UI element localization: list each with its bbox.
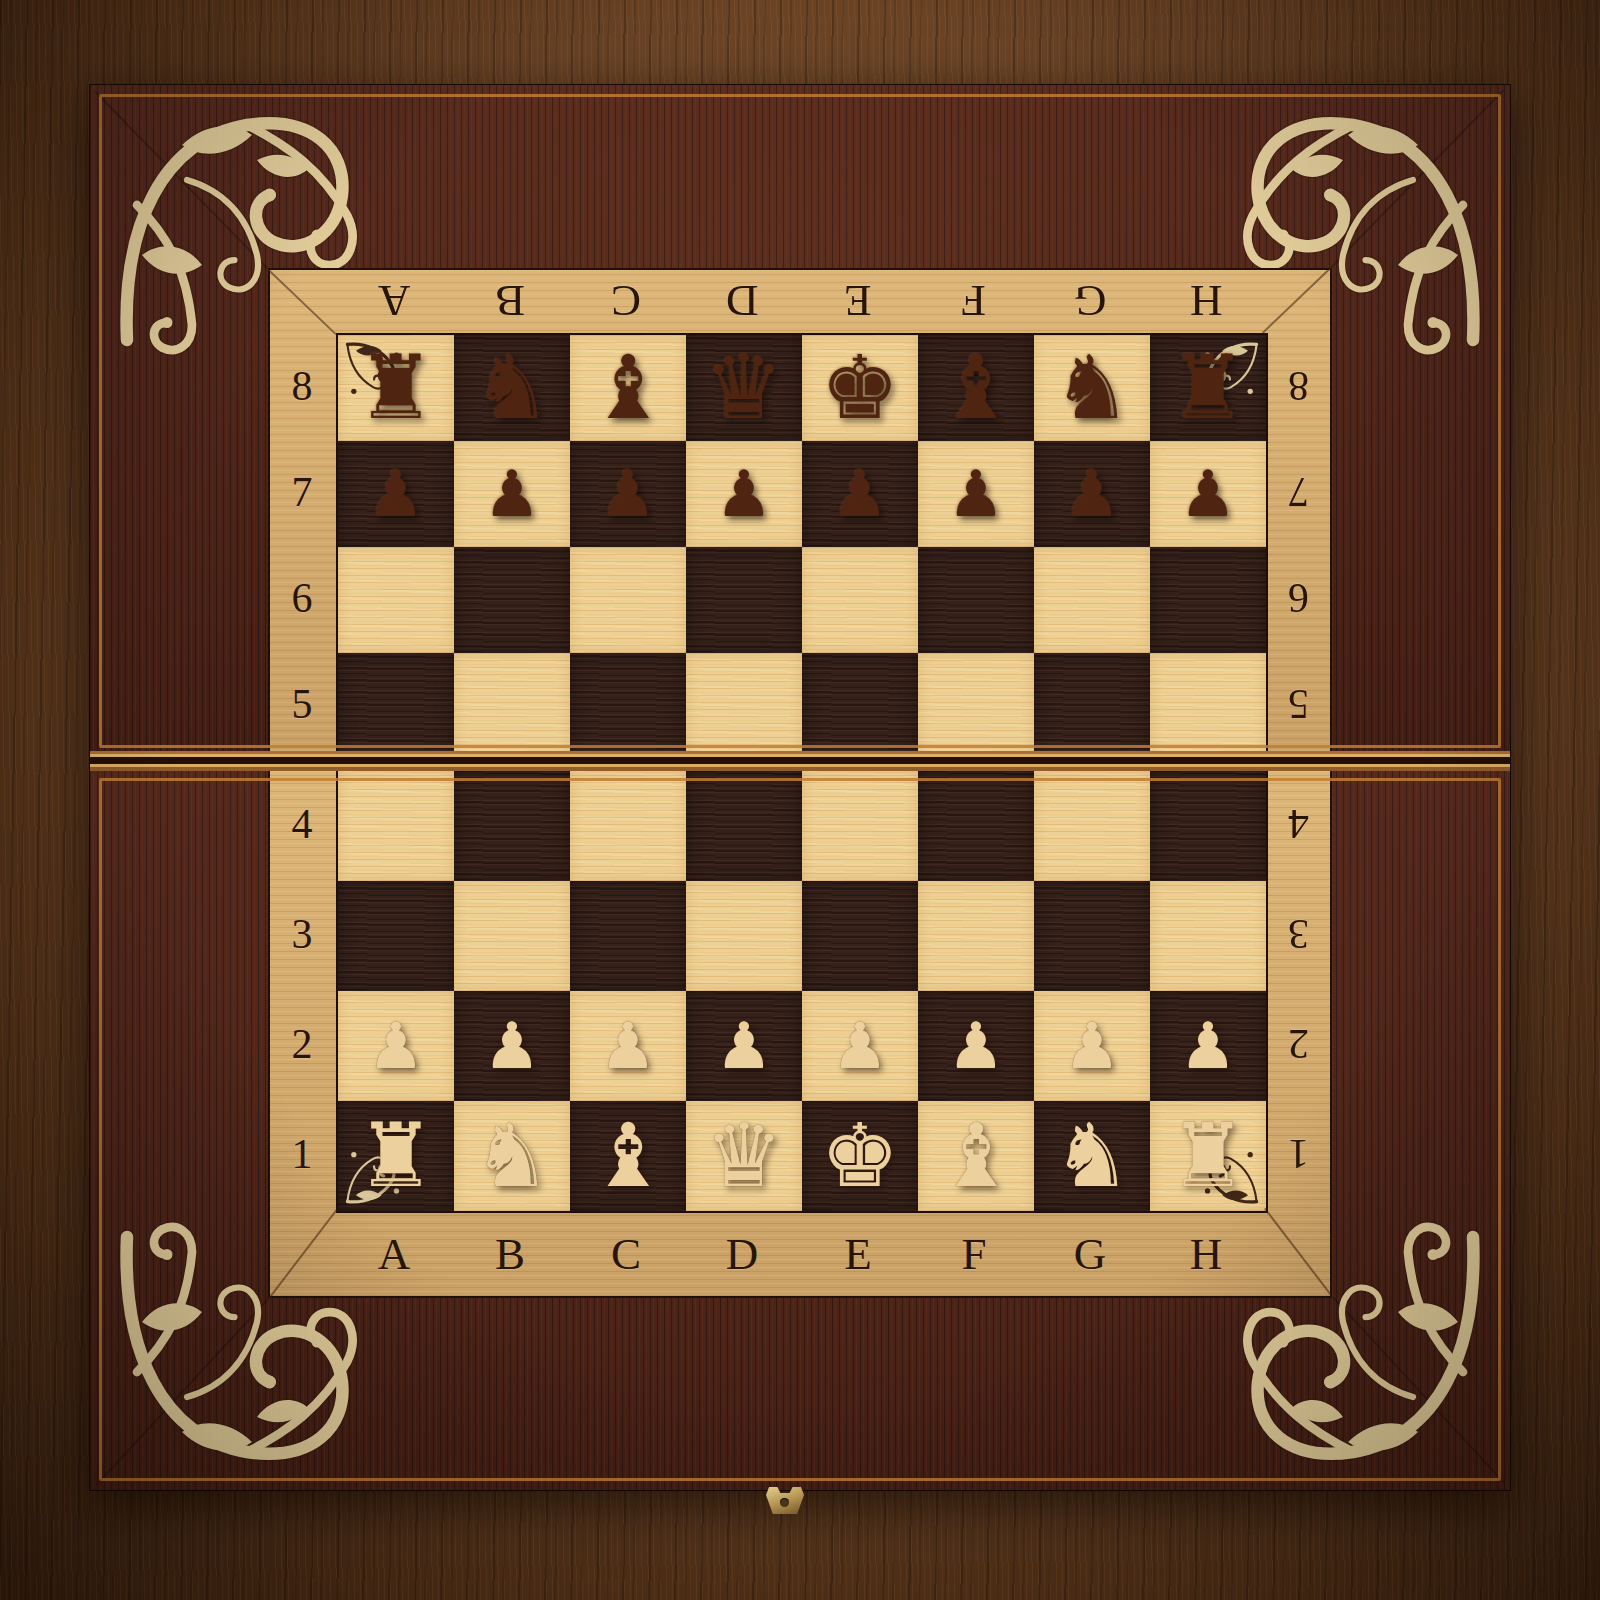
square-b6[interactable] — [454, 547, 570, 653]
file-label-g: G — [1074, 278, 1107, 323]
square-e7[interactable]: ♟ — [802, 441, 918, 547]
rank-label-3: 3 — [1288, 913, 1309, 955]
square-h2[interactable]: ♟ — [1150, 991, 1266, 1101]
rank-label-2: 2 — [1288, 1023, 1309, 1065]
box-bottom-half: ABCDEFGH 4321 4321 ♟♟♟♟♟♟♟♟ ♜♞♝♛♚♝♞ ♜ — [90, 769, 1510, 1490]
square-c6[interactable] — [570, 547, 686, 653]
square-g1[interactable]: ♞ — [1034, 1101, 1150, 1211]
piece-black-rook[interactable]: ♜ — [357, 344, 436, 432]
piece-black-pawn[interactable]: ♟ — [947, 462, 1004, 526]
square-h4[interactable] — [1150, 771, 1266, 881]
rank-label-5: 5 — [292, 683, 313, 725]
piece-black-pawn[interactable]: ♟ — [367, 462, 424, 526]
square-g3[interactable] — [1034, 881, 1150, 991]
square-f6[interactable] — [918, 547, 1034, 653]
square-d1[interactable]: ♛ — [686, 1101, 802, 1211]
chessboard-lower-half: ♟♟♟♟♟♟♟♟ ♜♞♝♛♚♝♞ ♜ — [336, 769, 1268, 1213]
file-labels-bottom: ABCDEFGH — [336, 1209, 1264, 1291]
file-label-c: C — [611, 1232, 641, 1277]
square-a1[interactable]: ♜ — [338, 1101, 454, 1211]
piece-white-pawn[interactable]: ♟ — [483, 1014, 540, 1078]
piece-black-king[interactable]: ♚ — [821, 344, 900, 432]
square-c2[interactable]: ♟ — [570, 991, 686, 1101]
square-f7[interactable]: ♟ — [918, 441, 1034, 547]
piece-black-pawn[interactable]: ♟ — [1179, 462, 1236, 526]
square-g6[interactable] — [1034, 547, 1150, 653]
piece-black-queen[interactable]: ♛ — [705, 344, 784, 432]
piece-black-rook[interactable]: ♜ — [1169, 344, 1248, 432]
square-b3[interactable] — [454, 881, 570, 991]
piece-white-pawn[interactable]: ♟ — [831, 1014, 888, 1078]
rank-label-6: 6 — [292, 577, 313, 619]
file-label-b: B — [495, 1232, 525, 1277]
piece-white-pawn[interactable]: ♟ — [599, 1014, 656, 1078]
rank-label-7: 7 — [292, 471, 313, 513]
file-label-a: A — [378, 278, 411, 323]
rank-label-3: 3 — [292, 913, 313, 955]
square-c5[interactable] — [570, 653, 686, 759]
square-b1[interactable]: ♞ — [454, 1101, 570, 1211]
square-d7[interactable]: ♟ — [686, 441, 802, 547]
square-h7[interactable]: ♟ — [1150, 441, 1266, 547]
photo-scene: ABCDEFGH 8765 8765 ♜♞♝♛♚♝♞ ♜♟♟♟♟♟♟♟♟ — [0, 0, 1600, 1600]
square-a6[interactable] — [338, 547, 454, 653]
square-e6[interactable] — [802, 547, 918, 653]
square-e3[interactable] — [802, 881, 918, 991]
square-g2[interactable]: ♟ — [1034, 991, 1150, 1101]
square-a7[interactable]: ♟ — [338, 441, 454, 547]
square-f2[interactable]: ♟ — [918, 991, 1034, 1101]
square-b2[interactable]: ♟ — [454, 991, 570, 1101]
piece-white-pawn[interactable]: ♟ — [1063, 1014, 1120, 1078]
square-f4[interactable] — [918, 771, 1034, 881]
box-top-half: ABCDEFGH 8765 8765 ♜♞♝♛♚♝♞ ♜♟♟♟♟♟♟♟♟ — [90, 85, 1510, 757]
file-label-c: C — [611, 278, 641, 323]
rank-label-8: 8 — [1288, 365, 1309, 407]
square-a5[interactable] — [338, 653, 454, 759]
file-label-h: H — [1190, 278, 1223, 323]
square-d2[interactable]: ♟ — [686, 991, 802, 1101]
square-e2[interactable]: ♟ — [802, 991, 918, 1101]
hinge-line — [90, 751, 1510, 771]
square-a8[interactable]: ♜ — [338, 335, 454, 441]
file-labels-top: ABCDEFGH — [336, 268, 1264, 333]
square-c3[interactable] — [570, 881, 686, 991]
square-d8[interactable]: ♛ — [686, 335, 802, 441]
square-g7[interactable]: ♟ — [1034, 441, 1150, 547]
square-e4[interactable] — [802, 771, 918, 881]
piece-black-pawn[interactable]: ♟ — [715, 462, 772, 526]
square-a3[interactable] — [338, 881, 454, 991]
square-a2[interactable]: ♟ — [338, 991, 454, 1101]
square-d4[interactable] — [686, 771, 802, 881]
square-c8[interactable]: ♝ — [570, 335, 686, 441]
piece-white-knight[interactable]: ♞ — [1053, 1112, 1132, 1200]
rank-labels-left-bottom: 4321 — [268, 769, 336, 1209]
square-b4[interactable] — [454, 771, 570, 881]
file-label-f: F — [961, 278, 986, 323]
piece-black-pawn[interactable]: ♟ — [831, 462, 888, 526]
piece-white-queen[interactable]: ♛ — [705, 1112, 784, 1200]
square-h6[interactable] — [1150, 547, 1266, 653]
piece-white-rook[interactable]: ♜ — [1169, 1112, 1248, 1200]
square-f3[interactable] — [918, 881, 1034, 991]
folding-chess-box: ABCDEFGH 8765 8765 ♜♞♝♛♚♝♞ ♜♟♟♟♟♟♟♟♟ — [90, 85, 1510, 1490]
rank-label-7: 7 — [1288, 471, 1309, 513]
square-e8[interactable]: ♚ — [802, 335, 918, 441]
piece-black-bishop[interactable]: ♝ — [937, 344, 1016, 432]
square-g4[interactable] — [1034, 771, 1150, 881]
piece-white-pawn[interactable]: ♟ — [715, 1014, 772, 1078]
piece-white-pawn[interactable]: ♟ — [947, 1014, 1004, 1078]
rank-label-8: 8 — [292, 365, 313, 407]
square-g5[interactable] — [1034, 653, 1150, 759]
square-c4[interactable] — [570, 771, 686, 881]
piece-white-king[interactable]: ♚ — [821, 1112, 900, 1200]
rank-label-2: 2 — [292, 1023, 313, 1065]
piece-white-bishop[interactable]: ♝ — [937, 1112, 1016, 1200]
piece-white-bishop[interactable]: ♝ — [589, 1112, 668, 1200]
square-f8[interactable]: ♝ — [918, 335, 1034, 441]
square-f1[interactable]: ♝ — [918, 1101, 1034, 1211]
file-label-e: E — [844, 278, 872, 323]
rank-label-4: 4 — [1288, 803, 1309, 845]
square-d6[interactable] — [686, 547, 802, 653]
rank-labels-right-bottom: 4321 — [1264, 769, 1332, 1209]
file-label-b: B — [495, 278, 525, 323]
square-e5[interactable] — [802, 653, 918, 759]
rank-label-5: 5 — [1288, 683, 1309, 725]
piece-black-knight[interactable]: ♞ — [473, 344, 552, 432]
rank-label-1: 1 — [292, 1133, 313, 1175]
square-b5[interactable] — [454, 653, 570, 759]
chessboard-upper-half: ♜♞♝♛♚♝♞ ♜♟♟♟♟♟♟♟♟ — [336, 333, 1268, 761]
piece-white-pawn[interactable]: ♟ — [367, 1014, 424, 1078]
file-label-a: A — [378, 1232, 411, 1277]
square-b8[interactable]: ♞ — [454, 335, 570, 441]
square-b7[interactable]: ♟ — [454, 441, 570, 547]
file-label-h: H — [1190, 1232, 1223, 1277]
piece-black-pawn[interactable]: ♟ — [483, 462, 540, 526]
square-h5[interactable] — [1150, 653, 1266, 759]
rank-labels-right-top: 8765 — [1264, 333, 1332, 757]
file-label-d: D — [726, 278, 759, 323]
file-label-e: E — [844, 1232, 872, 1277]
file-label-f: F — [961, 1232, 986, 1277]
square-h8[interactable]: ♜ — [1150, 335, 1266, 441]
piece-black-pawn[interactable]: ♟ — [1063, 462, 1120, 526]
file-label-d: D — [726, 1232, 759, 1277]
square-g8[interactable]: ♞ — [1034, 335, 1150, 441]
square-c1[interactable]: ♝ — [570, 1101, 686, 1211]
rank-label-1: 1 — [1288, 1133, 1309, 1175]
square-h3[interactable] — [1150, 881, 1266, 991]
piece-black-knight[interactable]: ♞ — [1053, 344, 1132, 432]
square-c7[interactable]: ♟ — [570, 441, 686, 547]
square-f5[interactable] — [918, 653, 1034, 759]
piece-black-bishop[interactable]: ♝ — [589, 344, 668, 432]
rank-labels-left-top: 8765 — [268, 333, 336, 757]
file-label-g: G — [1074, 1232, 1107, 1277]
piece-white-rook[interactable]: ♜ — [357, 1112, 436, 1200]
rank-label-4: 4 — [292, 803, 313, 845]
square-e1[interactable]: ♚ — [802, 1101, 918, 1211]
square-h1[interactable]: ♜ — [1150, 1101, 1266, 1211]
piece-white-pawn[interactable]: ♟ — [1179, 1014, 1236, 1078]
piece-white-knight[interactable]: ♞ — [473, 1112, 552, 1200]
piece-black-pawn[interactable]: ♟ — [599, 462, 656, 526]
square-d5[interactable] — [686, 653, 802, 759]
square-a4[interactable] — [338, 771, 454, 881]
square-d3[interactable] — [686, 881, 802, 991]
rank-label-6: 6 — [1288, 577, 1309, 619]
